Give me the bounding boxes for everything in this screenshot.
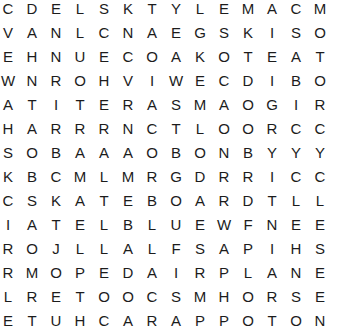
grid-cell[interactable]: E (0, 44, 20, 68)
grid-cell[interactable]: I (0, 212, 20, 236)
grid-cell[interactable]: P (212, 260, 236, 284)
grid-cell[interactable]: A (212, 92, 236, 116)
grid-cell[interactable]: G (188, 20, 212, 44)
grid-cell[interactable]: N (44, 44, 68, 68)
grid-cell[interactable]: N (260, 212, 284, 236)
grid-cell[interactable]: L (92, 236, 116, 260)
grid-cell[interactable]: T (92, 188, 116, 212)
grid-cell[interactable]: N (212, 140, 236, 164)
grid-cell[interactable]: D (20, 0, 44, 20)
grid-cell[interactable]: C (116, 44, 140, 68)
grid-cell[interactable]: A (116, 140, 140, 164)
grid-cell[interactable]: M (236, 0, 260, 20)
grid-cell[interactable]: A (92, 140, 116, 164)
grid-cell[interactable]: A (188, 188, 212, 212)
grid-cell[interactable]: W (0, 68, 20, 92)
grid-cell[interactable]: C (308, 164, 332, 188)
grid-cell[interactable]: N (284, 260, 308, 284)
grid-cell[interactable]: L (236, 260, 260, 284)
grid-cell[interactable]: C (284, 116, 308, 140)
grid-cell[interactable]: L (68, 20, 92, 44)
grid-cell[interactable]: L (140, 212, 164, 236)
grid-cell[interactable]: R (212, 164, 236, 188)
grid-cell[interactable]: O (188, 140, 212, 164)
grid-cell[interactable]: G (260, 92, 284, 116)
grid-cell[interactable]: P (68, 260, 92, 284)
grid-cell[interactable]: T (260, 308, 284, 332)
grid-cell[interactable]: C (140, 284, 164, 308)
grid-cell[interactable]: C (140, 116, 164, 140)
grid-cell[interactable]: E (260, 44, 284, 68)
grid-cell[interactable]: R (188, 260, 212, 284)
grid-cell[interactable]: Y (164, 0, 188, 20)
grid-cell[interactable]: I (284, 92, 308, 116)
grid-cell[interactable]: M (68, 164, 92, 188)
grid-cell[interactable]: T (20, 92, 44, 116)
grid-cell[interactable]: R (260, 284, 284, 308)
grid-cell[interactable]: H (212, 284, 236, 308)
grid-cell[interactable]: I (164, 260, 188, 284)
grid-cell[interactable]: O (212, 116, 236, 140)
grid-cell[interactable]: L (68, 236, 92, 260)
grid-cell[interactable]: E (0, 308, 20, 332)
grid-cell[interactable]: L (140, 236, 164, 260)
grid-cell[interactable]: F (236, 212, 260, 236)
grid-cell[interactable]: S (20, 188, 44, 212)
grid-cell[interactable]: B (44, 140, 68, 164)
grid-cell[interactable]: C (0, 188, 20, 212)
grid-cell[interactable]: H (20, 44, 44, 68)
grid-cell[interactable]: O (308, 20, 332, 44)
grid-cell[interactable]: S (164, 284, 188, 308)
grid-cell[interactable]: A (284, 44, 308, 68)
grid-cell[interactable]: K (0, 164, 20, 188)
grid-cell[interactable]: T (68, 92, 92, 116)
grid-cell[interactable]: R (44, 68, 68, 92)
grid-cell[interactable]: K (44, 188, 68, 212)
grid-cell[interactable]: A (260, 0, 284, 20)
grid-cell[interactable]: O (236, 92, 260, 116)
grid-cell[interactable]: R (0, 236, 20, 260)
grid-cell[interactable]: N (116, 116, 140, 140)
grid-cell[interactable]: H (284, 236, 308, 260)
grid-cell[interactable]: S (0, 140, 20, 164)
grid-cell[interactable]: C (44, 164, 68, 188)
grid-cell[interactable]: W (212, 212, 236, 236)
grid-cell[interactable]: M (20, 260, 44, 284)
grid-cell[interactable]: H (92, 68, 116, 92)
grid-cell[interactable]: M (188, 284, 212, 308)
grid-cell[interactable]: T (236, 44, 260, 68)
grid-cell[interactable]: A (68, 188, 92, 212)
grid-cell[interactable]: I (260, 68, 284, 92)
grid-cell[interactable]: N (44, 20, 68, 44)
grid-cell[interactable]: Y (260, 140, 284, 164)
grid-cell[interactable]: A (212, 236, 236, 260)
grid-cell[interactable]: E (308, 260, 332, 284)
grid-cell[interactable]: O (20, 236, 44, 260)
grid-cell[interactable]: D (236, 188, 260, 212)
grid-cell[interactable]: A (68, 140, 92, 164)
grid-cell[interactable]: L (92, 212, 116, 236)
grid-cell[interactable]: L (0, 284, 20, 308)
grid-cell[interactable]: E (92, 92, 116, 116)
grid-cell[interactable]: D (188, 164, 212, 188)
grid-cell[interactable]: M (188, 92, 212, 116)
grid-cell[interactable]: A (116, 236, 140, 260)
grid-cell[interactable]: L (188, 116, 212, 140)
grid-cell[interactable]: P (188, 308, 212, 332)
grid-cell[interactable]: R (212, 188, 236, 212)
grid-cell[interactable]: Y (284, 140, 308, 164)
grid-cell[interactable]: J (44, 236, 68, 260)
grid-cell[interactable]: E (188, 212, 212, 236)
grid-cell[interactable]: Y (308, 140, 332, 164)
grid-cell[interactable]: A (20, 212, 44, 236)
grid-cell[interactable]: N (116, 20, 140, 44)
grid-cell[interactable]: I (260, 20, 284, 44)
grid-cell[interactable]: E (44, 284, 68, 308)
grid-cell[interactable]: L (68, 0, 92, 20)
grid-cell[interactable]: V (0, 20, 20, 44)
grid-cell[interactable]: B (140, 188, 164, 212)
grid-cell[interactable]: R (140, 164, 164, 188)
grid-cell[interactable]: B (284, 68, 308, 92)
grid-cell[interactable]: R (92, 116, 116, 140)
grid-cell[interactable]: I (140, 68, 164, 92)
grid-cell[interactable]: U (44, 308, 68, 332)
grid-cell[interactable]: I (260, 164, 284, 188)
grid-cell[interactable]: E (188, 68, 212, 92)
grid-cell[interactable]: O (20, 140, 44, 164)
grid-cell[interactable]: O (236, 308, 260, 332)
grid-cell[interactable]: E (284, 212, 308, 236)
grid-cell[interactable]: B (164, 140, 188, 164)
grid-cell[interactable]: E (92, 260, 116, 284)
grid-cell[interactable]: C (212, 68, 236, 92)
grid-cell[interactable]: T (68, 284, 92, 308)
grid-cell[interactable]: A (20, 20, 44, 44)
grid-cell[interactable]: C (0, 0, 20, 20)
grid-cell[interactable]: O (236, 116, 260, 140)
grid-cell[interactable]: D (236, 68, 260, 92)
grid-cell[interactable]: R (68, 116, 92, 140)
grid-cell[interactable]: O (236, 284, 260, 308)
grid-cell[interactable]: S (188, 236, 212, 260)
grid-cell[interactable]: O (212, 44, 236, 68)
grid-cell[interactable]: A (20, 116, 44, 140)
grid-cell[interactable]: L (188, 0, 212, 20)
grid-cell[interactable]: A (140, 92, 164, 116)
grid-cell[interactable]: A (164, 44, 188, 68)
grid-cell[interactable]: E (164, 20, 188, 44)
grid-cell[interactable]: U (164, 212, 188, 236)
grid-cell[interactable]: W (164, 68, 188, 92)
grid-cell[interactable]: R (44, 116, 68, 140)
grid-cell[interactable]: E (308, 212, 332, 236)
grid-cell[interactable]: L (308, 188, 332, 212)
grid-cell[interactable]: E (308, 284, 332, 308)
grid-cell[interactable]: B (20, 164, 44, 188)
grid-cell[interactable]: M (308, 0, 332, 20)
grid-cell[interactable]: I (260, 236, 284, 260)
grid-cell[interactable]: K (188, 44, 212, 68)
grid-cell[interactable]: L (284, 188, 308, 212)
grid-cell[interactable]: C (284, 164, 308, 188)
grid-cell[interactable]: O (116, 284, 140, 308)
grid-cell[interactable]: S (308, 236, 332, 260)
grid-cell[interactable]: E (44, 0, 68, 20)
grid-cell[interactable]: S (92, 0, 116, 20)
grid-cell[interactable]: P (212, 308, 236, 332)
grid-cell[interactable]: F (164, 236, 188, 260)
grid-cell[interactable]: O (308, 68, 332, 92)
grid-cell[interactable]: T (44, 212, 68, 236)
grid-cell[interactable]: U (68, 44, 92, 68)
grid-cell[interactable]: R (116, 92, 140, 116)
grid-cell[interactable]: S (284, 20, 308, 44)
grid-cell[interactable]: R (20, 284, 44, 308)
grid-cell[interactable]: D (116, 260, 140, 284)
grid-cell[interactable]: O (44, 260, 68, 284)
grid-cell[interactable]: O (92, 284, 116, 308)
grid-cell[interactable]: T (20, 308, 44, 332)
grid-cell[interactable]: H (0, 116, 20, 140)
grid-cell[interactable]: V (116, 68, 140, 92)
grid-cell[interactable]: R (260, 116, 284, 140)
grid-cell[interactable]: E (116, 188, 140, 212)
grid-cell[interactable]: E (212, 0, 236, 20)
grid-cell[interactable]: R (236, 164, 260, 188)
grid-cell[interactable]: A (164, 308, 188, 332)
grid-cell[interactable]: I (44, 92, 68, 116)
grid-cell[interactable]: C (284, 0, 308, 20)
grid-cell[interactable]: T (308, 44, 332, 68)
grid-cell[interactable]: E (92, 44, 116, 68)
grid-cell[interactable]: R (308, 92, 332, 116)
grid-cell[interactable]: G (164, 164, 188, 188)
grid-cell[interactable]: B (236, 140, 260, 164)
grid-cell[interactable]: A (140, 20, 164, 44)
grid-cell[interactable]: O (140, 140, 164, 164)
grid-cell[interactable]: O (68, 68, 92, 92)
grid-cell[interactable]: C (92, 20, 116, 44)
grid-cell[interactable]: T (140, 0, 164, 20)
grid-cell[interactable]: N (20, 68, 44, 92)
grid-cell[interactable]: H (68, 308, 92, 332)
grid-cell[interactable]: A (0, 92, 20, 116)
grid-cell[interactable]: E (68, 212, 92, 236)
grid-cell[interactable]: A (116, 308, 140, 332)
grid-cell[interactable]: C (92, 308, 116, 332)
grid-cell[interactable]: O (284, 308, 308, 332)
grid-cell[interactable]: C (308, 116, 332, 140)
grid-cell[interactable]: T (260, 188, 284, 212)
grid-cell[interactable]: O (164, 188, 188, 212)
grid-cell[interactable]: O (140, 44, 164, 68)
grid-cell[interactable]: M (116, 164, 140, 188)
grid-cell[interactable]: K (236, 20, 260, 44)
grid-cell[interactable]: R (140, 308, 164, 332)
grid-cell[interactable]: P (236, 236, 260, 260)
grid-cell[interactable]: S (164, 92, 188, 116)
grid-cell[interactable]: R (0, 260, 20, 284)
grid-cell[interactable]: N (308, 308, 332, 332)
grid-cell[interactable]: B (116, 212, 140, 236)
word-search-grid: CDELSKTYLEMACMVANLCNAEGSKISOEHNUECOAKOTE… (0, 0, 332, 332)
grid-cell[interactable]: T (164, 116, 188, 140)
grid-cell[interactable]: S (284, 284, 308, 308)
grid-cell[interactable]: S (212, 20, 236, 44)
grid-cell[interactable]: L (92, 164, 116, 188)
grid-cell[interactable]: A (260, 260, 284, 284)
grid-cell[interactable]: A (140, 260, 164, 284)
grid-cell[interactable]: K (116, 0, 140, 20)
